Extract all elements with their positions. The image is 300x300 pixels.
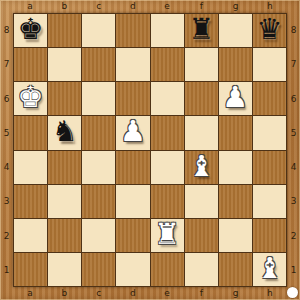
rank-label-7: 7	[287, 47, 300, 81]
square-d8[interactable]	[116, 14, 149, 47]
square-a1[interactable]	[14, 253, 47, 286]
piece-white-pawn-d5[interactable]: ♟	[120, 117, 146, 146]
square-h3[interactable]	[253, 185, 286, 218]
file-label-e: e	[150, 0, 184, 13]
file-label-c: c	[82, 0, 116, 13]
square-a6[interactable]: ♚	[14, 82, 47, 115]
square-a2[interactable]	[14, 219, 47, 252]
square-b2[interactable]	[48, 219, 81, 252]
rank-label-3: 3	[287, 184, 300, 218]
piece-black-rook-f8[interactable]: ♜	[188, 15, 214, 44]
rank-label-7: 7	[0, 47, 13, 81]
piece-white-bishop-h1[interactable]: ♝	[256, 254, 282, 283]
rank-label-4: 4	[287, 150, 300, 184]
square-b7[interactable]	[48, 48, 81, 81]
rank-label-4: 4	[0, 150, 13, 184]
file-labels-top: abcdefgh	[13, 0, 287, 13]
square-b1[interactable]	[48, 253, 81, 286]
square-h1[interactable]: ♝	[253, 253, 286, 286]
square-c7[interactable]	[82, 48, 115, 81]
file-label-b: b	[47, 0, 81, 13]
square-e7[interactable]	[151, 48, 184, 81]
square-c2[interactable]	[82, 219, 115, 252]
square-d4[interactable]	[116, 151, 149, 184]
square-f3[interactable]	[185, 185, 218, 218]
rank-label-8: 8	[287, 13, 300, 47]
chess-app: abcdefgh abcdefgh 87654321 87654321 ♚♜♛♚…	[0, 0, 300, 300]
square-e2[interactable]: ♜	[151, 219, 184, 252]
square-d6[interactable]	[116, 82, 149, 115]
square-h4[interactable]	[253, 151, 286, 184]
file-label-a: a	[13, 0, 47, 13]
rank-label-6: 6	[0, 82, 13, 116]
square-g3[interactable]	[219, 185, 252, 218]
rank-label-8: 8	[0, 13, 13, 47]
square-g4[interactable]	[219, 151, 252, 184]
square-g8[interactable]	[219, 14, 252, 47]
square-f1[interactable]	[185, 253, 218, 286]
file-label-c: c	[82, 287, 116, 300]
square-c8[interactable]	[82, 14, 115, 47]
square-b3[interactable]	[48, 185, 81, 218]
square-c1[interactable]	[82, 253, 115, 286]
square-a8[interactable]: ♚	[14, 14, 47, 47]
square-b8[interactable]	[48, 14, 81, 47]
piece-white-king-a6[interactable]: ♚	[18, 83, 44, 112]
square-b4[interactable]	[48, 151, 81, 184]
square-d2[interactable]	[116, 219, 149, 252]
square-f4[interactable]: ♝	[185, 151, 218, 184]
square-d5[interactable]: ♟	[116, 116, 149, 149]
file-label-f: f	[184, 287, 218, 300]
rank-label-1: 1	[0, 253, 13, 287]
square-a4[interactable]	[14, 151, 47, 184]
rank-label-2: 2	[0, 219, 13, 253]
file-label-g: g	[219, 0, 253, 13]
rank-label-5: 5	[0, 116, 13, 150]
square-g7[interactable]	[219, 48, 252, 81]
square-f7[interactable]	[185, 48, 218, 81]
square-e3[interactable]	[151, 185, 184, 218]
piece-black-knight-b5[interactable]: ♞	[52, 117, 78, 146]
rank-label-3: 3	[0, 184, 13, 218]
square-e6[interactable]	[151, 82, 184, 115]
square-c5[interactable]	[82, 116, 115, 149]
piece-white-pawn-g6[interactable]: ♟	[222, 83, 248, 112]
white-to-move-indicator-icon	[287, 287, 298, 298]
file-label-a: a	[13, 287, 47, 300]
square-g5[interactable]	[219, 116, 252, 149]
square-f2[interactable]	[185, 219, 218, 252]
square-h7[interactable]	[253, 48, 286, 81]
rank-labels-left: 87654321	[0, 13, 13, 287]
square-b6[interactable]	[48, 82, 81, 115]
chess-board: ♚♜♛♚♟♞♟♝♜♝	[13, 13, 287, 287]
file-label-f: f	[184, 0, 218, 13]
square-h2[interactable]	[253, 219, 286, 252]
file-label-h: h	[253, 0, 287, 13]
piece-white-bishop-f4[interactable]: ♝	[188, 152, 214, 181]
square-e4[interactable]	[151, 151, 184, 184]
square-d1[interactable]	[116, 253, 149, 286]
square-a7[interactable]	[14, 48, 47, 81]
file-label-g: g	[219, 287, 253, 300]
square-d3[interactable]	[116, 185, 149, 218]
square-c3[interactable]	[82, 185, 115, 218]
square-e1[interactable]	[151, 253, 184, 286]
file-label-d: d	[116, 0, 150, 13]
rank-labels-right: 87654321	[287, 13, 300, 287]
square-f8[interactable]: ♜	[185, 14, 218, 47]
square-a5[interactable]	[14, 116, 47, 149]
square-g6[interactable]: ♟	[219, 82, 252, 115]
square-h5[interactable]	[253, 116, 286, 149]
square-h8[interactable]: ♛	[253, 14, 286, 47]
rank-label-2: 2	[287, 219, 300, 253]
square-d7[interactable]	[116, 48, 149, 81]
piece-black-king-a8[interactable]: ♚	[18, 15, 44, 44]
rank-label-1: 1	[287, 253, 300, 287]
file-label-h: h	[253, 287, 287, 300]
square-g1[interactable]	[219, 253, 252, 286]
square-g2[interactable]	[219, 219, 252, 252]
square-e8[interactable]	[151, 14, 184, 47]
file-label-d: d	[116, 287, 150, 300]
square-a3[interactable]	[14, 185, 47, 218]
square-c4[interactable]	[82, 151, 115, 184]
rank-label-5: 5	[287, 116, 300, 150]
square-h6[interactable]	[253, 82, 286, 115]
square-e5[interactable]	[151, 116, 184, 149]
rank-label-6: 6	[287, 82, 300, 116]
square-f6[interactable]	[185, 82, 218, 115]
file-label-e: e	[150, 287, 184, 300]
square-c6[interactable]	[82, 82, 115, 115]
square-b5[interactable]: ♞	[48, 116, 81, 149]
piece-black-queen-h8[interactable]: ♛	[256, 15, 282, 44]
square-f5[interactable]	[185, 116, 218, 149]
file-label-b: b	[47, 287, 81, 300]
piece-white-rook-e2[interactable]: ♜	[154, 220, 180, 249]
file-labels-bottom: abcdefgh	[13, 287, 287, 300]
